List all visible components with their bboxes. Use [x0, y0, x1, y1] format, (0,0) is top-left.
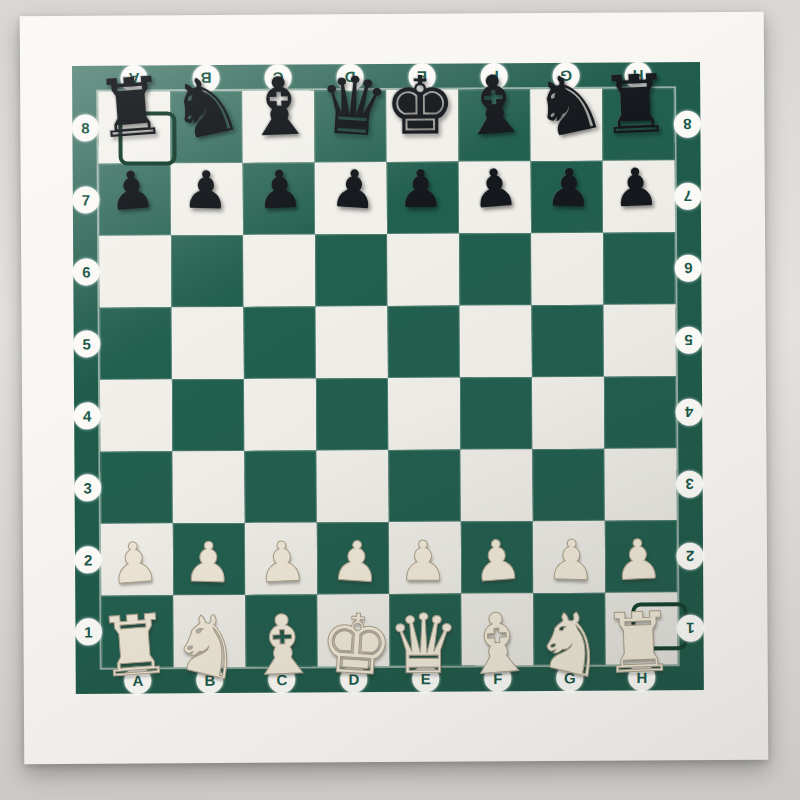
vinyl-mat: AA88BB77CC66DD55EE44FF33GG22HH11♜♞♝♛♚♝♞♜…: [20, 12, 769, 765]
square-c5[interactable]: [244, 306, 316, 378]
piece-white-pawn-h2[interactable]: ♟: [612, 532, 664, 589]
square-h4[interactable]: [604, 376, 676, 448]
square-b4[interactable]: [172, 379, 244, 451]
square-d6[interactable]: [315, 234, 387, 306]
piece-black-pawn-b7[interactable]: ♟: [182, 163, 230, 216]
square-g4[interactable]: [532, 377, 604, 449]
piece-black-bishop-f8[interactable]: ♝: [455, 64, 533, 149]
piece-white-pawn-c2[interactable]: ♟: [256, 534, 308, 591]
square-e5[interactable]: [387, 306, 459, 378]
rank-label-right-6: 6: [675, 255, 702, 282]
rank-label-right-2: 2: [676, 543, 703, 570]
rank-label-left-7: 7: [72, 186, 99, 213]
rank-label-right-5: 5: [675, 327, 702, 354]
piece-black-pawn-e7[interactable]: ♟: [397, 163, 444, 215]
piece-black-queen-d8[interactable]: ♛: [315, 65, 392, 149]
square-e6[interactable]: [387, 234, 459, 306]
square-g5[interactable]: [531, 305, 603, 377]
photo-scene: AA88BB77CC66DD55EE44FF33GG22HH11♜♞♝♛♚♝♞♜…: [0, 0, 800, 800]
square-e4[interactable]: [388, 378, 460, 450]
rank-label-left-4: 4: [74, 402, 101, 429]
piece-white-pawn-e2[interactable]: ♟: [398, 534, 448, 589]
piece-white-queen-e1[interactable]: ♛: [387, 603, 461, 685]
piece-white-pawn-a2[interactable]: ♟: [107, 534, 160, 593]
piece-black-rook-h8[interactable]: ♜: [598, 64, 673, 147]
square-f6[interactable]: [459, 233, 531, 305]
rank-label-left-6: 6: [73, 258, 100, 285]
square-f4[interactable]: [460, 377, 532, 449]
square-g3[interactable]: [532, 449, 604, 521]
rank-label-left-3: 3: [74, 474, 101, 501]
square-d5[interactable]: [316, 306, 388, 378]
square-c3[interactable]: [244, 450, 316, 522]
square-d3[interactable]: [316, 450, 388, 522]
square-h5[interactable]: [603, 304, 675, 376]
piece-white-pawn-f2[interactable]: ♟: [470, 532, 523, 591]
piece-white-pawn-g2[interactable]: ♟: [546, 533, 597, 589]
piece-black-pawn-a7[interactable]: ♟: [107, 163, 157, 218]
square-b6[interactable]: [171, 235, 243, 307]
square-c4[interactable]: [244, 378, 316, 450]
square-a3[interactable]: [100, 451, 172, 523]
rank-label-right-8: 8: [674, 111, 701, 138]
piece-black-pawn-f7[interactable]: ♟: [470, 161, 520, 216]
square-h6[interactable]: [603, 232, 675, 304]
square-c6[interactable]: [243, 234, 315, 306]
chess-board: AA88BB77CC66DD55EE44FF33GG22HH11♜♞♝♛♚♝♞♜…: [72, 62, 704, 694]
square-b3[interactable]: [172, 451, 244, 523]
piece-black-pawn-c7[interactable]: ♟: [255, 163, 304, 217]
square-a6[interactable]: [99, 235, 171, 307]
rank-label-left-5: 5: [73, 330, 100, 357]
piece-white-rook-h1[interactable]: ♜: [600, 601, 677, 686]
piece-black-pawn-g7[interactable]: ♟: [545, 161, 593, 214]
rank-label-right-4: 4: [676, 399, 703, 426]
piece-black-king-e8[interactable]: ♚: [384, 66, 456, 146]
piece-black-pawn-h7[interactable]: ♟: [611, 161, 660, 215]
square-f3[interactable]: [460, 449, 532, 521]
square-d4[interactable]: [316, 378, 388, 450]
square-f5[interactable]: [459, 305, 531, 377]
square-b5[interactable]: [172, 307, 244, 379]
piece-black-rook-a8[interactable]: ♜: [92, 66, 170, 151]
rank-label-right-1: 1: [677, 615, 704, 642]
square-e3[interactable]: [388, 450, 460, 522]
square-h3[interactable]: [604, 448, 676, 520]
piece-black-pawn-d7[interactable]: ♟: [329, 162, 379, 217]
piece-black-bishop-c8[interactable]: ♝: [242, 66, 317, 149]
rank-label-left-2: 2: [74, 546, 101, 573]
piece-white-king-d1[interactable]: ♚: [317, 602, 396, 689]
rank-label-right-7: 7: [674, 183, 701, 210]
rank-label-left-8: 8: [72, 114, 99, 141]
piece-white-pawn-b2[interactable]: ♟: [183, 535, 234, 591]
piece-white-pawn-d2[interactable]: ♟: [330, 533, 383, 591]
square-a5[interactable]: [100, 307, 172, 379]
square-a4[interactable]: [100, 379, 172, 451]
piece-black-knight-b8[interactable]: ♞: [162, 61, 249, 154]
square-g6[interactable]: [531, 233, 603, 305]
rank-label-right-3: 3: [676, 471, 703, 498]
piece-white-bishop-c1[interactable]: ♝: [244, 603, 321, 688]
